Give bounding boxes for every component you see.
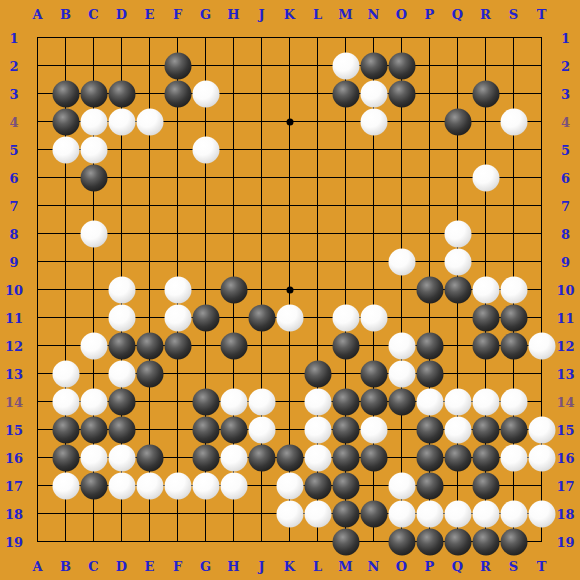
row-label-left: 19 (5, 535, 23, 548)
stone-black-K16 (276, 444, 303, 471)
stone-white-H17 (220, 472, 247, 499)
row-label-left: 6 (9, 171, 18, 184)
column-label-bottom: G (200, 559, 211, 572)
column-label-top: Q (452, 7, 463, 20)
stone-white-L16 (304, 444, 331, 471)
stone-white-J14 (248, 388, 275, 415)
stone-white-D4 (108, 108, 135, 135)
column-label-top: P (425, 7, 435, 20)
stone-black-H12 (220, 332, 247, 359)
stone-white-C14 (80, 388, 107, 415)
column-label-top: D (116, 7, 127, 20)
stone-black-M12 (332, 332, 359, 359)
stone-black-R3 (472, 80, 499, 107)
column-label-bottom: L (313, 559, 322, 572)
stone-white-N3 (360, 80, 387, 107)
stone-white-H16 (220, 444, 247, 471)
row-label-left: 1 (9, 31, 18, 44)
stone-black-M17 (332, 472, 359, 499)
column-label-bottom: J (258, 559, 264, 572)
stone-black-D14 (108, 388, 135, 415)
row-label-right: 18 (556, 507, 574, 520)
row-label-left: 11 (5, 311, 23, 324)
stone-black-M19 (332, 528, 359, 555)
row-label-right: 13 (556, 367, 574, 380)
stone-white-B14 (52, 388, 79, 415)
stone-white-D16 (108, 444, 135, 471)
row-label-right: 6 (561, 171, 570, 184)
column-label-top: O (396, 7, 407, 20)
row-label-left: 13 (5, 367, 23, 380)
column-label-top: B (60, 7, 71, 20)
stone-black-P19 (416, 528, 443, 555)
stone-black-B16 (52, 444, 79, 471)
stone-white-T12 (528, 332, 555, 359)
column-label-top: F (173, 7, 182, 20)
row-label-left: 3 (9, 87, 18, 100)
stone-black-R11 (472, 304, 499, 331)
stone-white-R18 (472, 500, 499, 527)
stone-black-R17 (472, 472, 499, 499)
stone-white-K11 (276, 304, 303, 331)
row-label-right: 9 (561, 255, 570, 268)
row-label-left: 15 (5, 423, 23, 436)
stone-white-B13 (52, 360, 79, 387)
row-label-right: 17 (556, 479, 574, 492)
stone-black-S11 (500, 304, 527, 331)
column-label-bottom: Q (452, 559, 463, 572)
row-label-left: 16 (5, 451, 23, 464)
column-label-top: T (537, 7, 547, 20)
stone-black-C6 (80, 164, 107, 191)
stone-white-R10 (472, 276, 499, 303)
row-label-right: 5 (561, 143, 570, 156)
stone-black-L17 (304, 472, 331, 499)
stone-white-N11 (360, 304, 387, 331)
stone-white-O18 (388, 500, 415, 527)
stone-white-Q18 (444, 500, 471, 527)
row-label-right: 19 (556, 535, 574, 548)
stone-black-C15 (80, 416, 107, 443)
stone-black-D12 (108, 332, 135, 359)
star-point (286, 118, 293, 125)
column-label-top: M (338, 7, 352, 20)
stone-black-M16 (332, 444, 359, 471)
stone-white-B5 (52, 136, 79, 163)
stone-white-D10 (108, 276, 135, 303)
stone-black-N2 (360, 52, 387, 79)
stone-white-G3 (192, 80, 219, 107)
stone-white-O13 (388, 360, 415, 387)
stone-black-O3 (388, 80, 415, 107)
column-label-top: S (509, 7, 518, 20)
stone-black-Q10 (444, 276, 471, 303)
stone-white-N4 (360, 108, 387, 135)
stone-black-S15 (500, 416, 527, 443)
stone-black-L13 (304, 360, 331, 387)
stone-white-K18 (276, 500, 303, 527)
stone-black-B4 (52, 108, 79, 135)
stone-black-E13 (136, 360, 163, 387)
stone-black-D3 (108, 80, 135, 107)
row-label-right: 4 (561, 115, 570, 128)
stone-black-M14 (332, 388, 359, 415)
stone-white-C5 (80, 136, 107, 163)
row-label-right: 10 (556, 283, 574, 296)
column-label-bottom: C (88, 559, 98, 572)
star-point (286, 286, 293, 293)
stone-black-P10 (416, 276, 443, 303)
stone-white-Q14 (444, 388, 471, 415)
stone-white-Q8 (444, 220, 471, 247)
stone-white-Q15 (444, 416, 471, 443)
column-label-top: G (200, 7, 211, 20)
stone-white-M2 (332, 52, 359, 79)
stone-white-L14 (304, 388, 331, 415)
stone-white-C16 (80, 444, 107, 471)
stone-white-J15 (248, 416, 275, 443)
stone-black-E12 (136, 332, 163, 359)
stone-black-P12 (416, 332, 443, 359)
stone-black-M18 (332, 500, 359, 527)
stone-black-Q4 (444, 108, 471, 135)
row-label-left: 8 (9, 227, 18, 240)
row-label-left: 14 (5, 395, 23, 408)
stone-black-P16 (416, 444, 443, 471)
row-label-left: 18 (5, 507, 23, 520)
column-label-top: H (227, 7, 239, 20)
stone-white-C8 (80, 220, 107, 247)
stone-white-R14 (472, 388, 499, 415)
column-label-bottom: M (338, 559, 352, 572)
stone-white-Q9 (444, 248, 471, 275)
stone-black-R16 (472, 444, 499, 471)
column-label-bottom: D (116, 559, 127, 572)
row-label-right: 15 (556, 423, 574, 436)
row-label-right: 7 (561, 199, 570, 212)
stone-white-T15 (528, 416, 555, 443)
stone-black-Q16 (444, 444, 471, 471)
stone-white-H14 (220, 388, 247, 415)
column-label-bottom: R (480, 559, 491, 572)
stone-white-D11 (108, 304, 135, 331)
stone-black-S12 (500, 332, 527, 359)
go-board[interactable]: AABBCCDDEEFFGGHHJJKKLLMMNNOOPPQQRRSSTT11… (0, 0, 580, 580)
stone-white-P18 (416, 500, 443, 527)
stone-white-S4 (500, 108, 527, 135)
stone-white-M11 (332, 304, 359, 331)
stone-white-T18 (528, 500, 555, 527)
stone-black-J11 (248, 304, 275, 331)
column-label-top: K (284, 7, 295, 20)
row-label-left: 9 (9, 255, 18, 268)
column-label-top: N (368, 7, 380, 20)
row-label-right: 8 (561, 227, 570, 240)
stone-black-P13 (416, 360, 443, 387)
stone-white-R6 (472, 164, 499, 191)
row-label-left: 2 (9, 59, 18, 72)
row-label-left: 5 (9, 143, 18, 156)
stone-white-O17 (388, 472, 415, 499)
stone-black-H10 (220, 276, 247, 303)
column-label-top: E (145, 7, 155, 20)
stone-white-N15 (360, 416, 387, 443)
stone-black-G15 (192, 416, 219, 443)
stone-black-D15 (108, 416, 135, 443)
stone-white-F10 (164, 276, 191, 303)
stone-black-P17 (416, 472, 443, 499)
column-label-top: J (258, 7, 264, 20)
stone-white-D17 (108, 472, 135, 499)
row-label-left: 12 (5, 339, 23, 352)
column-label-top: L (313, 7, 322, 20)
stone-black-N13 (360, 360, 387, 387)
row-label-right: 2 (561, 59, 570, 72)
stone-black-R12 (472, 332, 499, 359)
stone-white-F17 (164, 472, 191, 499)
row-label-right: 14 (556, 395, 574, 408)
column-label-bottom: F (173, 559, 182, 572)
column-label-bottom: B (60, 559, 71, 572)
stone-black-S19 (500, 528, 527, 555)
stone-white-E17 (136, 472, 163, 499)
column-label-bottom: A (32, 559, 42, 572)
column-label-top: R (480, 7, 491, 20)
stone-black-N16 (360, 444, 387, 471)
stone-black-H15 (220, 416, 247, 443)
stone-white-F11 (164, 304, 191, 331)
column-label-bottom: K (284, 559, 295, 572)
row-label-right: 16 (556, 451, 574, 464)
stone-black-P15 (416, 416, 443, 443)
column-label-bottom: P (425, 559, 435, 572)
stone-black-F3 (164, 80, 191, 107)
stone-black-O2 (388, 52, 415, 79)
column-label-bottom: S (509, 559, 518, 572)
column-label-top: C (88, 7, 98, 20)
stone-black-B15 (52, 416, 79, 443)
stone-black-N18 (360, 500, 387, 527)
stone-black-C3 (80, 80, 107, 107)
row-label-right: 1 (561, 31, 570, 44)
stone-black-M3 (332, 80, 359, 107)
column-label-bottom: O (396, 559, 407, 572)
stone-white-K17 (276, 472, 303, 499)
row-label-left: 17 (5, 479, 23, 492)
row-label-right: 12 (556, 339, 574, 352)
stone-white-L18 (304, 500, 331, 527)
stone-white-G5 (192, 136, 219, 163)
row-label-right: 11 (556, 311, 574, 324)
stone-black-R19 (472, 528, 499, 555)
stone-black-Q19 (444, 528, 471, 555)
column-label-bottom: N (368, 559, 380, 572)
row-label-left: 7 (9, 199, 18, 212)
stone-black-E16 (136, 444, 163, 471)
stone-white-L15 (304, 416, 331, 443)
stone-white-E4 (136, 108, 163, 135)
stone-white-C4 (80, 108, 107, 135)
stone-white-S10 (500, 276, 527, 303)
stone-white-S18 (500, 500, 527, 527)
stone-white-S14 (500, 388, 527, 415)
stone-black-N14 (360, 388, 387, 415)
stone-black-O19 (388, 528, 415, 555)
column-label-top: A (32, 7, 42, 20)
stone-black-M15 (332, 416, 359, 443)
stone-white-T16 (528, 444, 555, 471)
stone-black-R15 (472, 416, 499, 443)
stone-white-P14 (416, 388, 443, 415)
stone-black-G16 (192, 444, 219, 471)
stone-black-F2 (164, 52, 191, 79)
stone-white-G17 (192, 472, 219, 499)
stone-black-F12 (164, 332, 191, 359)
stone-white-B17 (52, 472, 79, 499)
stone-black-G14 (192, 388, 219, 415)
stone-black-C17 (80, 472, 107, 499)
row-label-right: 3 (561, 87, 570, 100)
stone-white-C12 (80, 332, 107, 359)
row-label-left: 4 (9, 115, 18, 128)
stone-white-O12 (388, 332, 415, 359)
stone-white-S16 (500, 444, 527, 471)
column-label-bottom: E (145, 559, 155, 572)
column-label-bottom: H (227, 559, 239, 572)
stone-black-O14 (388, 388, 415, 415)
row-label-left: 10 (5, 283, 23, 296)
stone-black-B3 (52, 80, 79, 107)
stone-white-D13 (108, 360, 135, 387)
stone-black-G11 (192, 304, 219, 331)
stone-black-J16 (248, 444, 275, 471)
column-label-bottom: T (537, 559, 547, 572)
grid-line-vertical (401, 37, 402, 542)
stone-white-O9 (388, 248, 415, 275)
